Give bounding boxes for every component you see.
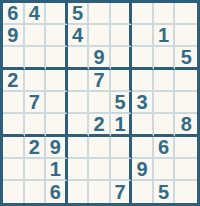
cell-r9c2[interactable]: [25, 181, 47, 203]
cell-r7c7[interactable]: [132, 137, 154, 159]
cell-r9c6[interactable]: 7: [111, 181, 133, 203]
cell-r3c8[interactable]: [154, 47, 176, 70]
cell-r3c1[interactable]: [3, 47, 25, 70]
cell-r2c4[interactable]: 4: [68, 25, 90, 47]
sudoku-grid: 645941952775321829619675: [3, 3, 197, 203]
cell-r3c2[interactable]: [25, 47, 47, 70]
cell-r5c4[interactable]: [68, 92, 90, 114]
cell-r3c7[interactable]: [132, 47, 154, 70]
cell-r3c4[interactable]: [68, 47, 90, 70]
cell-r6c7[interactable]: [132, 114, 154, 137]
cell-r4c1[interactable]: 2: [3, 70, 25, 92]
cell-r2c6[interactable]: [111, 25, 133, 47]
cell-r7c8[interactable]: 6: [154, 137, 176, 159]
cell-r2c1[interactable]: 9: [3, 25, 25, 47]
cell-r6c6[interactable]: 1: [111, 114, 133, 137]
cell-r7c1[interactable]: [3, 137, 25, 159]
cell-r6c8[interactable]: [154, 114, 176, 137]
cell-r7c6[interactable]: [111, 137, 133, 159]
cell-r7c9[interactable]: [175, 137, 197, 159]
cell-r2c3[interactable]: [46, 25, 68, 47]
cell-r9c4[interactable]: [68, 181, 90, 203]
cell-r8c7[interactable]: 9: [132, 159, 154, 181]
cell-r4c2[interactable]: [25, 70, 47, 92]
cell-r5c8[interactable]: [154, 92, 176, 114]
cell-r1c5[interactable]: [89, 3, 111, 25]
cell-r9c7[interactable]: [132, 181, 154, 203]
cell-r6c2[interactable]: [25, 114, 47, 137]
cell-r1c6[interactable]: [111, 3, 133, 25]
cell-r6c4[interactable]: [68, 114, 90, 137]
cell-r8c4[interactable]: [68, 159, 90, 181]
cell-r8c8[interactable]: [154, 159, 176, 181]
cell-r5c6[interactable]: 5: [111, 92, 133, 114]
cell-r6c1[interactable]: [3, 114, 25, 137]
cell-r3c3[interactable]: [46, 47, 68, 70]
cell-r9c1[interactable]: [3, 181, 25, 203]
cell-r4c9[interactable]: [175, 70, 197, 92]
cell-r6c9[interactable]: 8: [175, 114, 197, 137]
cell-r8c9[interactable]: [175, 159, 197, 181]
cell-r5c3[interactable]: [46, 92, 68, 114]
cell-r2c9[interactable]: [175, 25, 197, 47]
cell-r3c5[interactable]: 9: [89, 47, 111, 70]
cell-r4c5[interactable]: 7: [89, 70, 111, 92]
cell-r1c8[interactable]: [154, 3, 176, 25]
cell-r8c6[interactable]: [111, 159, 133, 181]
cell-r6c3[interactable]: [46, 114, 68, 137]
cell-r4c7[interactable]: [132, 70, 154, 92]
cell-r5c5[interactable]: [89, 92, 111, 114]
cell-r4c8[interactable]: [154, 70, 176, 92]
cell-r1c4[interactable]: 5: [68, 3, 90, 25]
cell-r7c3[interactable]: 9: [46, 137, 68, 159]
cell-r2c2[interactable]: [25, 25, 47, 47]
cell-r7c5[interactable]: [89, 137, 111, 159]
cell-r7c2[interactable]: 2: [25, 137, 47, 159]
cell-r1c1[interactable]: 6: [3, 3, 25, 25]
cell-r5c9[interactable]: [175, 92, 197, 114]
cell-r2c7[interactable]: [132, 25, 154, 47]
cell-r5c2[interactable]: 7: [25, 92, 47, 114]
cell-r8c2[interactable]: [25, 159, 47, 181]
cell-r2c8[interactable]: 1: [154, 25, 176, 47]
cell-r9c9[interactable]: [175, 181, 197, 203]
cell-r7c4[interactable]: [68, 137, 90, 159]
cell-r9c5[interactable]: [89, 181, 111, 203]
cell-r8c5[interactable]: [89, 159, 111, 181]
cell-r8c3[interactable]: 1: [46, 159, 68, 181]
cell-r5c7[interactable]: 3: [132, 92, 154, 114]
cell-r4c3[interactable]: [46, 70, 68, 92]
sudoku-board: 645941952775321829619675: [0, 0, 200, 206]
cell-r5c1[interactable]: [3, 92, 25, 114]
cell-r6c5[interactable]: 2: [89, 114, 111, 137]
cell-r8c1[interactable]: [3, 159, 25, 181]
cell-r2c5[interactable]: [89, 25, 111, 47]
cell-r9c8[interactable]: 5: [154, 181, 176, 203]
cell-r4c6[interactable]: [111, 70, 133, 92]
cell-r9c3[interactable]: 6: [46, 181, 68, 203]
cell-r1c7[interactable]: [132, 3, 154, 25]
cell-r1c3[interactable]: [46, 3, 68, 25]
cell-r3c9[interactable]: 5: [175, 47, 197, 70]
cell-r1c2[interactable]: 4: [25, 3, 47, 25]
cell-r4c4[interactable]: [68, 70, 90, 92]
cell-r3c6[interactable]: [111, 47, 133, 70]
cell-r1c9[interactable]: [175, 3, 197, 25]
